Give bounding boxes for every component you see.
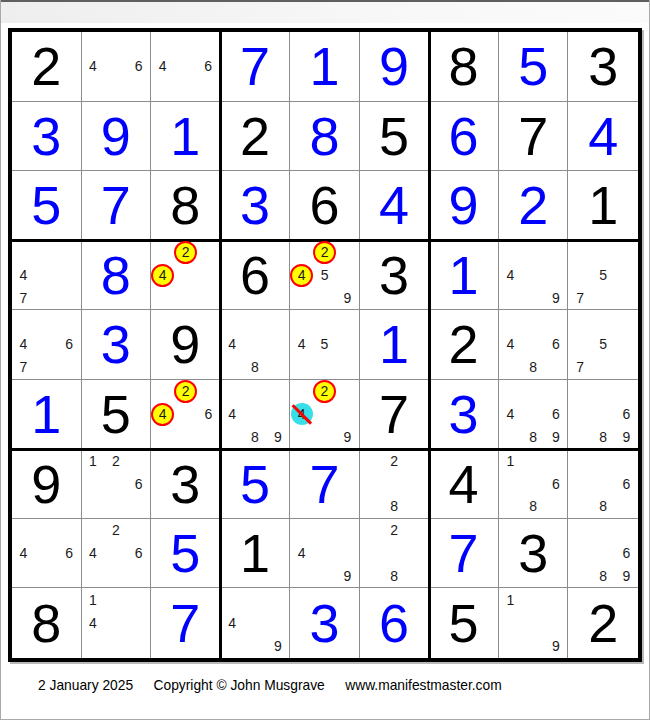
solved-digit: 6 <box>379 596 409 650</box>
candidate-5: 5 <box>313 264 336 287</box>
given-digit: 9 <box>31 457 61 511</box>
cell-r5c5[interactable]: 45 <box>290 310 360 380</box>
solved-digit: 5 <box>240 457 270 511</box>
candidate-7: 7 <box>12 356 35 379</box>
solved-digit: 7 <box>449 526 479 580</box>
candidate-4: 4 <box>499 264 522 287</box>
footer-copyright: Copyright © John Musgrave <box>154 676 325 693</box>
candidate-6: 6 <box>615 542 638 565</box>
given-digit: 8 <box>31 596 61 650</box>
given-digit: 3 <box>170 457 200 511</box>
candidate-4: 4 <box>290 542 313 565</box>
cell-r7c7[interactable]: 4 <box>429 449 499 519</box>
candidate-4: 4 <box>151 55 174 78</box>
cell-r2c4[interactable]: 2 <box>221 102 291 172</box>
cell-r6c4[interactable]: 489 <box>221 380 291 450</box>
candidate-grid: 2459 <box>290 241 359 310</box>
candidate-6: 6 <box>127 472 150 495</box>
candidate-6: 6 <box>127 55 150 78</box>
cell-r6c2[interactable]: 5 <box>82 380 152 450</box>
cell-r4c9[interactable]: 57 <box>568 241 638 311</box>
cell-r3c6[interactable]: 4 <box>360 171 430 241</box>
given-digit: 5 <box>101 387 131 441</box>
cell-r6c3[interactable]: 246 <box>151 380 221 450</box>
footer-date: 2 January 2025 <box>38 676 133 693</box>
cell-r2c1[interactable]: 3 <box>12 102 82 172</box>
header-band <box>1 0 649 23</box>
cell-r8c6[interactable]: 28 <box>360 519 430 589</box>
cell-r8c3[interactable]: 5 <box>151 519 221 589</box>
cell-r4c6[interactable]: 3 <box>360 241 430 311</box>
solved-digit: 9 <box>449 178 479 232</box>
candidate-9: 9 <box>336 426 359 449</box>
candidate-grid: 46 <box>82 32 151 101</box>
cell-r5c1[interactable]: 467 <box>12 310 82 380</box>
cell-r4c2[interactable]: 8 <box>82 241 152 311</box>
cell-r2c9[interactable]: 4 <box>568 102 638 172</box>
cell-r6c9[interactable]: 689 <box>568 380 638 450</box>
cell-r6c8[interactable]: 4689 <box>499 380 569 450</box>
solved-digit: 8 <box>309 109 339 163</box>
candidate-grid: 467 <box>12 310 81 379</box>
box-border-vertical-2 <box>428 28 431 662</box>
candidate-4: 4 <box>82 612 105 635</box>
cell-r9c3[interactable]: 7 <box>151 588 221 658</box>
candidate-9: 9 <box>615 425 638 448</box>
cell-r1c2[interactable]: 46 <box>82 32 152 102</box>
cell-r5c2[interactable]: 3 <box>82 310 152 380</box>
candidate-4: 4 <box>82 542 105 565</box>
cell-r4c1[interactable]: 47 <box>12 241 82 311</box>
solved-digit: 5 <box>31 178 61 232</box>
candidate-grid: 14 <box>82 588 151 658</box>
given-digit: 6 <box>309 178 339 232</box>
given-digit: 3 <box>379 248 409 302</box>
solved-digit: 1 <box>309 39 339 93</box>
candidate-grid: 689 <box>568 519 638 588</box>
given-digit: 3 <box>518 526 548 580</box>
solved-digit: 5 <box>170 526 200 580</box>
candidate-4-circled: 4 <box>151 403 174 426</box>
candidate-grid: 249 <box>290 380 359 449</box>
given-digit: 4 <box>449 457 479 511</box>
candidate-2-circled: 2 <box>174 380 197 403</box>
cell-r1c3[interactable]: 46 <box>151 32 221 102</box>
solved-digit: 1 <box>449 248 479 302</box>
solved-digit: 6 <box>449 109 479 163</box>
candidate-6: 6 <box>615 403 638 426</box>
cell-r6c5[interactable]: 249 <box>290 380 360 450</box>
cell-r5c4[interactable]: 48 <box>221 310 291 380</box>
candidate-6: 6 <box>58 542 81 565</box>
candidate-1: 1 <box>82 588 105 611</box>
candidate-1: 1 <box>499 588 522 611</box>
candidate-8: 8 <box>592 495 615 518</box>
cell-r8c4[interactable]: 1 <box>221 519 291 589</box>
candidate-grid: 126 <box>82 449 151 518</box>
given-digit: 2 <box>31 39 61 93</box>
cell-r4c7[interactable]: 1 <box>429 241 499 311</box>
cell-r1c7[interactable]: 8 <box>429 32 499 102</box>
candidate-6: 6 <box>58 333 81 356</box>
cell-r7c5[interactable]: 7 <box>290 449 360 519</box>
cell-r5c3[interactable]: 9 <box>151 310 221 380</box>
cell-r2c5[interactable]: 8 <box>290 102 360 172</box>
cell-r2c2[interactable]: 9 <box>82 102 152 172</box>
candidate-9: 9 <box>545 425 568 448</box>
cell-r7c9[interactable]: 68 <box>568 449 638 519</box>
cell-r3c5[interactable]: 6 <box>290 171 360 241</box>
candidate-9: 9 <box>545 635 568 658</box>
candidate-6: 6 <box>615 472 638 495</box>
given-digit: 2 <box>588 596 618 650</box>
candidate-grid: 45 <box>290 310 359 379</box>
candidate-5: 5 <box>592 333 615 356</box>
cell-r5c6[interactable]: 1 <box>360 310 430 380</box>
board-grid: 2464671985339128567457836492147824624593… <box>12 32 638 658</box>
candidate-6: 6 <box>545 472 568 495</box>
given-digit: 7 <box>379 387 409 441</box>
candidate-4: 4 <box>499 403 522 426</box>
candidate-grid: 246 <box>82 519 151 588</box>
solved-digit: 9 <box>101 109 131 163</box>
solved-digit: 7 <box>240 39 270 93</box>
candidate-8: 8 <box>522 495 545 518</box>
candidate-grid: 24 <box>151 241 220 310</box>
candidate-1: 1 <box>82 449 105 472</box>
candidate-grid: 57 <box>568 241 638 310</box>
candidate-grid: 19 <box>499 588 568 658</box>
candidate-7: 7 <box>568 286 591 309</box>
solved-digit: 7 <box>101 178 131 232</box>
given-digit: 8 <box>170 178 200 232</box>
cell-r8c2[interactable]: 246 <box>82 519 152 589</box>
given-digit: 6 <box>240 248 270 302</box>
cell-r8c7[interactable]: 7 <box>429 519 499 589</box>
cell-r2c6[interactable]: 5 <box>360 102 430 172</box>
candidate-grid: 48 <box>221 310 290 379</box>
candidate-grid: 49 <box>499 241 568 310</box>
candidate-4-circled: 4 <box>151 264 174 287</box>
footer: 2 January 2025 Copyright © John Musgrave… <box>38 676 502 693</box>
box-border-horizontal-2 <box>8 448 642 451</box>
candidate-4: 4 <box>82 55 105 78</box>
candidate-4: 4 <box>290 333 313 356</box>
candidate-grid: 28 <box>360 449 429 518</box>
given-digit: 9 <box>170 317 200 371</box>
given-digit: 5 <box>379 109 409 163</box>
solved-digit: 2 <box>518 178 548 232</box>
cell-r7c8[interactable]: 168 <box>499 449 569 519</box>
candidate-grid: 57 <box>568 310 638 379</box>
candidate-grid: 49 <box>221 588 290 658</box>
solved-digit: 3 <box>31 109 61 163</box>
box-border-vertical-1 <box>219 28 222 662</box>
cell-r9c9[interactable]: 2 <box>568 588 638 658</box>
candidate-4: 4 <box>221 403 244 426</box>
cell-r9c7[interactable]: 5 <box>429 588 499 658</box>
candidate-2: 2 <box>383 449 406 472</box>
given-digit: 3 <box>588 39 618 93</box>
candidate-2-circled: 2 <box>313 241 336 264</box>
solved-digit: 5 <box>518 39 548 93</box>
candidate-8: 8 <box>383 495 406 518</box>
cell-r1c9[interactable]: 3 <box>568 32 638 102</box>
candidate-grid: 47 <box>12 241 81 310</box>
candidate-8: 8 <box>522 356 545 379</box>
candidate-8: 8 <box>592 565 615 588</box>
cell-r1c1[interactable]: 2 <box>12 32 82 102</box>
candidate-9: 9 <box>545 286 568 309</box>
candidate-grid: 46 <box>151 32 220 101</box>
cell-r3c4[interactable]: 3 <box>221 171 291 241</box>
candidate-1: 1 <box>499 449 522 472</box>
cell-r7c6[interactable]: 28 <box>360 449 430 519</box>
candidate-6: 6 <box>197 55 220 78</box>
cell-r3c7[interactable]: 9 <box>429 171 499 241</box>
cell-r9c4[interactable]: 49 <box>221 588 291 658</box>
cell-r5c8[interactable]: 468 <box>499 310 569 380</box>
given-digit: 2 <box>449 317 479 371</box>
cell-r3c2[interactable]: 7 <box>82 171 152 241</box>
candidate-4: 4 <box>499 333 522 356</box>
cell-r6c1[interactable]: 1 <box>12 380 82 450</box>
cell-r2c3[interactable]: 1 <box>151 102 221 172</box>
candidate-grid: 246 <box>151 380 220 449</box>
solved-digit: 3 <box>101 317 131 371</box>
cell-r3c8[interactable]: 2 <box>499 171 569 241</box>
candidate-2-circled: 2 <box>174 241 197 264</box>
cell-r1c8[interactable]: 5 <box>499 32 569 102</box>
candidate-4: 4 <box>221 612 244 635</box>
candidate-5: 5 <box>313 333 336 356</box>
cell-r7c2[interactable]: 126 <box>82 449 152 519</box>
cell-r4c3[interactable]: 24 <box>151 241 221 311</box>
candidate-9: 9 <box>336 565 359 588</box>
cell-r7c1[interactable]: 9 <box>12 449 82 519</box>
cell-r9c2[interactable]: 14 <box>82 588 152 658</box>
solved-digit: 3 <box>309 596 339 650</box>
cell-r8c9[interactable]: 689 <box>568 519 638 589</box>
cell-r4c5[interactable]: 2459 <box>290 241 360 311</box>
candidate-4: 4 <box>12 264 35 287</box>
cell-r7c4[interactable]: 5 <box>221 449 291 519</box>
candidate-4: 4 <box>12 333 35 356</box>
cell-r8c8[interactable]: 3 <box>499 519 569 589</box>
footer-website: www.manifestmaster.com <box>345 676 501 693</box>
candidate-6: 6 <box>545 333 568 356</box>
given-digit: 8 <box>449 39 479 93</box>
candidate-grid: 46 <box>12 519 81 588</box>
solved-digit: 1 <box>31 387 61 441</box>
candidate-7: 7 <box>12 286 35 309</box>
given-digit: 1 <box>588 178 618 232</box>
candidate-grid: 489 <box>221 380 290 449</box>
candidate-2: 2 <box>104 519 127 542</box>
cell-r1c6[interactable]: 9 <box>360 32 430 102</box>
sudoku-board: 2464671985339128567457836492147824624593… <box>8 28 642 662</box>
candidate-9: 9 <box>266 425 289 448</box>
candidate-grid: 49 <box>290 519 359 588</box>
candidate-6: 6 <box>197 403 220 426</box>
candidate-grid: 468 <box>499 310 568 379</box>
solved-digit: 7 <box>309 457 339 511</box>
candidate-8: 8 <box>592 425 615 448</box>
cell-r3c1[interactable]: 5 <box>12 171 82 241</box>
candidate-4: 4 <box>221 333 244 356</box>
solved-digit: 4 <box>588 109 618 163</box>
candidate-4: 4 <box>12 542 35 565</box>
candidate-9: 9 <box>266 635 289 658</box>
candidate-2: 2 <box>104 449 127 472</box>
cell-r9c6[interactable]: 6 <box>360 588 430 658</box>
candidate-2: 2 <box>383 519 406 542</box>
cell-r2c8[interactable]: 7 <box>499 102 569 172</box>
solved-digit: 7 <box>170 596 200 650</box>
solved-digit: 1 <box>379 317 409 371</box>
candidate-6: 6 <box>127 542 150 565</box>
candidate-4-striked: 4 <box>291 403 313 425</box>
cell-r2c7[interactable]: 6 <box>429 102 499 172</box>
solved-digit: 4 <box>379 178 409 232</box>
candidate-6: 6 <box>545 403 568 426</box>
candidate-4-circled: 4 <box>290 264 313 287</box>
candidate-grid: 68 <box>568 449 638 518</box>
candidate-7: 7 <box>568 356 591 379</box>
candidate-5: 5 <box>592 264 615 287</box>
solved-digit: 1 <box>170 109 200 163</box>
cell-r5c9[interactable]: 57 <box>568 310 638 380</box>
cell-r8c1[interactable]: 46 <box>12 519 82 589</box>
cell-r7c3[interactable]: 3 <box>151 449 221 519</box>
cell-r6c6[interactable]: 7 <box>360 380 430 450</box>
cell-r9c8[interactable]: 19 <box>499 588 569 658</box>
cell-r3c3[interactable]: 8 <box>151 171 221 241</box>
solved-digit: 9 <box>379 39 409 93</box>
solved-digit: 8 <box>101 248 131 302</box>
cell-r5c7[interactable]: 2 <box>429 310 499 380</box>
candidate-9: 9 <box>615 565 638 588</box>
candidate-2-circled: 2 <box>313 380 336 403</box>
solved-digit: 3 <box>449 387 479 441</box>
candidate-8: 8 <box>383 565 406 588</box>
cell-r4c4[interactable]: 6 <box>221 241 291 311</box>
candidate-8: 8 <box>244 425 267 448</box>
cell-r9c5[interactable]: 3 <box>290 588 360 658</box>
cell-r8c5[interactable]: 49 <box>290 519 360 589</box>
candidate-8: 8 <box>244 356 267 379</box>
candidate-grid: 4689 <box>499 380 568 449</box>
given-digit: 7 <box>518 109 548 163</box>
cell-r1c4[interactable]: 7 <box>221 32 291 102</box>
cell-r1c5[interactable]: 1 <box>290 32 360 102</box>
cell-r9c1[interactable]: 8 <box>12 588 82 658</box>
given-digit: 5 <box>449 596 479 650</box>
given-digit: 1 <box>240 526 270 580</box>
cell-r4c8[interactable]: 49 <box>499 241 569 311</box>
cell-r6c7[interactable]: 3 <box>429 380 499 450</box>
given-digit: 2 <box>240 109 270 163</box>
candidate-grid: 28 <box>360 519 429 588</box>
solved-digit: 3 <box>240 178 270 232</box>
candidate-grid: 168 <box>499 449 568 518</box>
cell-r3c9[interactable]: 1 <box>568 171 638 241</box>
candidate-8: 8 <box>522 425 545 448</box>
candidate-9: 9 <box>336 287 359 310</box>
candidate-grid: 689 <box>568 380 638 449</box>
